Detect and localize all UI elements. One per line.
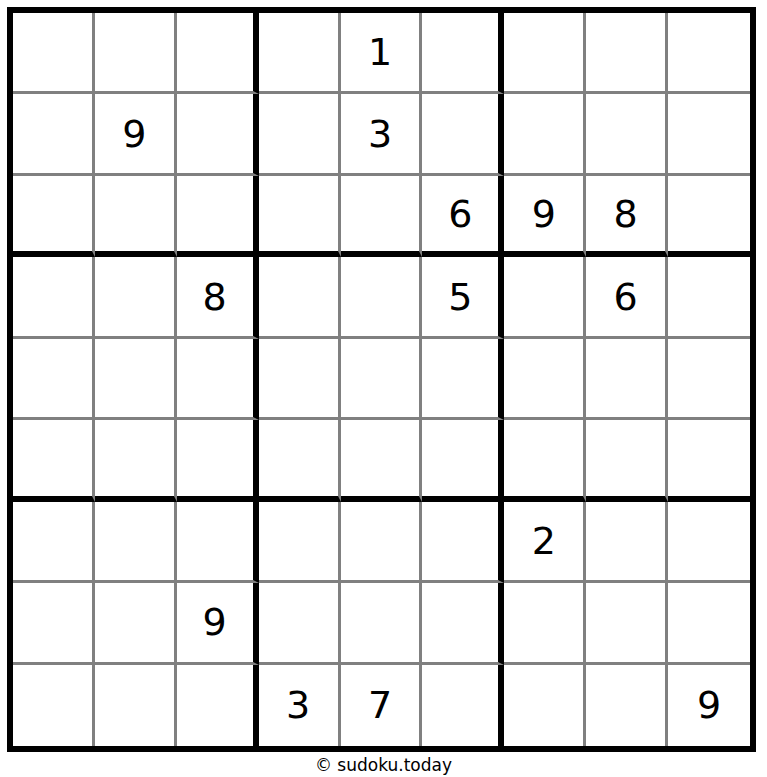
- cell-r2c5[interactable]: 3: [341, 94, 423, 175]
- cell-r5c8[interactable]: [586, 339, 668, 420]
- cell-r4c2[interactable]: [95, 257, 177, 338]
- cell-r8c4[interactable]: [259, 583, 341, 664]
- cell-r7c6[interactable]: [422, 502, 504, 583]
- copyright-text: © sudoku.today: [0, 755, 767, 775]
- cell-r6c4[interactable]: [259, 420, 341, 501]
- cell-r8c2[interactable]: [95, 583, 177, 664]
- cell-r8c3[interactable]: 9: [177, 583, 259, 664]
- cell-r4c1[interactable]: [13, 257, 95, 338]
- cell-r9c9[interactable]: 9: [668, 665, 750, 746]
- cell-r5c6[interactable]: [422, 339, 504, 420]
- cell-r2c2[interactable]: 9: [95, 94, 177, 175]
- cell-r3c8[interactable]: 8: [586, 176, 668, 257]
- cell-r4c5[interactable]: [341, 257, 423, 338]
- cell-r8c8[interactable]: [586, 583, 668, 664]
- cell-r3c1[interactable]: [13, 176, 95, 257]
- cell-r1c3[interactable]: [177, 13, 259, 94]
- cell-r3c4[interactable]: [259, 176, 341, 257]
- cell-r4c6[interactable]: 5: [422, 257, 504, 338]
- cell-r2c4[interactable]: [259, 94, 341, 175]
- cell-r2c7[interactable]: [504, 94, 586, 175]
- cell-r2c6[interactable]: [422, 94, 504, 175]
- cell-r3c9[interactable]: [668, 176, 750, 257]
- cell-r4c4[interactable]: [259, 257, 341, 338]
- cell-r5c9[interactable]: [668, 339, 750, 420]
- cell-r8c1[interactable]: [13, 583, 95, 664]
- cell-r9c1[interactable]: [13, 665, 95, 746]
- cell-r9c7[interactable]: [504, 665, 586, 746]
- cell-r6c8[interactable]: [586, 420, 668, 501]
- cell-r6c3[interactable]: [177, 420, 259, 501]
- cell-r9c6[interactable]: [422, 665, 504, 746]
- cell-r9c8[interactable]: [586, 665, 668, 746]
- sudoku-board: 19369885629379: [7, 7, 756, 752]
- cell-r7c9[interactable]: [668, 502, 750, 583]
- cell-r5c2[interactable]: [95, 339, 177, 420]
- cell-r8c6[interactable]: [422, 583, 504, 664]
- cell-r7c3[interactable]: [177, 502, 259, 583]
- cell-r6c7[interactable]: [504, 420, 586, 501]
- cell-r9c4[interactable]: 3: [259, 665, 341, 746]
- cell-r6c9[interactable]: [668, 420, 750, 501]
- cell-r8c9[interactable]: [668, 583, 750, 664]
- cell-r4c7[interactable]: [504, 257, 586, 338]
- cell-r6c6[interactable]: [422, 420, 504, 501]
- cell-r6c1[interactable]: [13, 420, 95, 501]
- cell-r9c3[interactable]: [177, 665, 259, 746]
- cell-r2c8[interactable]: [586, 94, 668, 175]
- cell-r1c7[interactable]: [504, 13, 586, 94]
- cell-r2c3[interactable]: [177, 94, 259, 175]
- cell-r5c4[interactable]: [259, 339, 341, 420]
- sudoku-page: 19369885629379 © sudoku.today: [0, 0, 767, 777]
- cell-r7c7[interactable]: 2: [504, 502, 586, 583]
- cell-r4c8[interactable]: 6: [586, 257, 668, 338]
- cell-r5c1[interactable]: [13, 339, 95, 420]
- cell-r1c6[interactable]: [422, 13, 504, 94]
- cell-r1c5[interactable]: 1: [341, 13, 423, 94]
- cell-r7c4[interactable]: [259, 502, 341, 583]
- cell-r3c5[interactable]: [341, 176, 423, 257]
- cell-r1c9[interactable]: [668, 13, 750, 94]
- cell-r3c6[interactable]: 6: [422, 176, 504, 257]
- cell-r4c3[interactable]: 8: [177, 257, 259, 338]
- cell-r1c4[interactable]: [259, 13, 341, 94]
- cell-r1c2[interactable]: [95, 13, 177, 94]
- cell-r7c1[interactable]: [13, 502, 95, 583]
- cell-r5c7[interactable]: [504, 339, 586, 420]
- cell-r7c8[interactable]: [586, 502, 668, 583]
- cell-r6c5[interactable]: [341, 420, 423, 501]
- cell-r5c5[interactable]: [341, 339, 423, 420]
- cell-r1c1[interactable]: [13, 13, 95, 94]
- cell-r8c5[interactable]: [341, 583, 423, 664]
- cell-r5c3[interactable]: [177, 339, 259, 420]
- cell-r9c2[interactable]: [95, 665, 177, 746]
- cell-r4c9[interactable]: [668, 257, 750, 338]
- cell-r7c5[interactable]: [341, 502, 423, 583]
- cell-r3c2[interactable]: [95, 176, 177, 257]
- cell-r3c7[interactable]: 9: [504, 176, 586, 257]
- cell-r6c2[interactable]: [95, 420, 177, 501]
- cell-r2c9[interactable]: [668, 94, 750, 175]
- cell-r1c8[interactable]: [586, 13, 668, 94]
- cell-r2c1[interactable]: [13, 94, 95, 175]
- cell-r8c7[interactable]: [504, 583, 586, 664]
- cell-r3c3[interactable]: [177, 176, 259, 257]
- cell-r7c2[interactable]: [95, 502, 177, 583]
- cell-r9c5[interactable]: 7: [341, 665, 423, 746]
